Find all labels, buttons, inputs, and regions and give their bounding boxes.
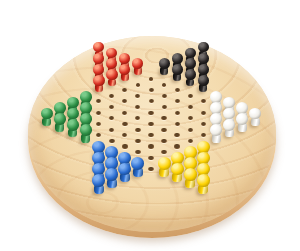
hole[interactable]	[135, 116, 140, 120]
hole[interactable]	[96, 133, 101, 137]
peg-white[interactable]	[249, 108, 261, 126]
peg-head	[67, 97, 79, 108]
hole[interactable]	[174, 144, 179, 148]
hole[interactable]	[148, 133, 153, 137]
hole[interactable]	[161, 139, 166, 143]
hole[interactable]	[96, 99, 101, 103]
hole[interactable]	[122, 133, 127, 137]
hole[interactable]	[122, 88, 127, 92]
peg-head	[54, 113, 66, 125]
peg-head	[92, 174, 105, 187]
hole[interactable]	[188, 128, 193, 132]
peg-head	[249, 108, 261, 120]
peg-head	[198, 42, 209, 52]
hole[interactable]	[109, 139, 114, 143]
hole[interactable]	[148, 144, 153, 148]
peg-green[interactable]	[41, 108, 53, 126]
peg-head	[172, 53, 183, 64]
hole[interactable]	[109, 105, 114, 109]
peg-head	[119, 53, 130, 64]
hole[interactable]	[175, 88, 180, 92]
hole[interactable]	[122, 122, 127, 126]
peg-head	[198, 75, 210, 86]
peg-head	[185, 58, 196, 69]
peg-head	[197, 174, 210, 187]
hole[interactable]	[149, 99, 154, 103]
peg-black[interactable]	[185, 69, 196, 86]
hole[interactable]	[122, 144, 127, 148]
hole[interactable]	[148, 111, 153, 115]
hole[interactable]	[188, 94, 193, 98]
peg-red[interactable]	[93, 75, 105, 92]
peg-white[interactable]	[236, 113, 248, 131]
peg-head	[158, 157, 171, 170]
peg-head	[184, 168, 197, 181]
peg-head	[159, 58, 170, 69]
peg-head	[67, 119, 79, 131]
peg-head	[210, 91, 222, 102]
peg-green[interactable]	[54, 113, 66, 131]
peg-head	[223, 119, 235, 131]
hole[interactable]	[109, 94, 114, 98]
peg-head	[80, 113, 92, 125]
peg-white[interactable]	[223, 119, 235, 138]
hole[interactable]	[135, 150, 141, 154]
peg-green[interactable]	[67, 119, 79, 138]
hole[interactable]	[109, 116, 114, 120]
peg-blue[interactable]	[131, 157, 144, 177]
hole[interactable]	[161, 116, 166, 120]
peg-head	[198, 53, 209, 64]
peg-head	[54, 102, 66, 114]
hole[interactable]	[162, 94, 167, 98]
peg-head	[93, 53, 104, 64]
hole[interactable]	[175, 122, 180, 126]
peg-black[interactable]	[172, 64, 183, 81]
hole[interactable]	[96, 111, 101, 115]
peg-head	[210, 102, 222, 114]
peg-black[interactable]	[159, 58, 170, 75]
hole[interactable]	[162, 105, 167, 109]
peg-yellow[interactable]	[158, 157, 171, 177]
hole[interactable]	[162, 83, 167, 87]
hole[interactable]	[201, 99, 206, 103]
hole[interactable]	[161, 150, 167, 154]
peg-red[interactable]	[132, 58, 143, 75]
peg-head	[80, 102, 92, 114]
hole[interactable]	[148, 167, 154, 172]
peg-head	[185, 48, 196, 58]
peg-head	[93, 64, 104, 75]
hole[interactable]	[201, 133, 206, 137]
hole[interactable]	[175, 99, 180, 103]
peg-head	[93, 75, 105, 86]
peg-white[interactable]	[210, 124, 222, 143]
peg-green[interactable]	[80, 124, 92, 143]
hole[interactable]	[96, 122, 101, 126]
hole[interactable]	[188, 139, 193, 143]
peg-head	[185, 69, 196, 80]
peg-yellow[interactable]	[171, 163, 184, 183]
peg-yellow[interactable]	[197, 174, 210, 194]
peg-head	[171, 163, 184, 176]
hole[interactable]	[136, 83, 141, 87]
peg-blue[interactable]	[105, 168, 118, 188]
hole[interactable]	[175, 111, 180, 115]
hole[interactable]	[122, 99, 127, 103]
peg-head	[198, 64, 209, 75]
hole[interactable]	[201, 111, 206, 115]
hole[interactable]	[188, 105, 193, 109]
hole[interactable]	[174, 133, 179, 137]
peg-head	[41, 108, 53, 120]
hole[interactable]	[149, 88, 154, 92]
peg-red[interactable]	[106, 69, 117, 86]
hole[interactable]	[109, 128, 114, 132]
hole[interactable]	[135, 94, 140, 98]
board-cells	[0, 0, 300, 251]
peg-blue[interactable]	[118, 163, 131, 183]
hole[interactable]	[188, 116, 193, 120]
hole[interactable]	[201, 122, 206, 126]
hole[interactable]	[122, 111, 127, 115]
peg-yellow[interactable]	[184, 168, 197, 188]
hole[interactable]	[148, 156, 154, 161]
peg-red[interactable]	[119, 64, 130, 81]
hole[interactable]	[135, 139, 140, 143]
peg-blue[interactable]	[92, 174, 105, 194]
hole[interactable]	[149, 77, 154, 81]
peg-head	[80, 124, 92, 136]
hole[interactable]	[148, 122, 153, 126]
peg-black[interactable]	[198, 75, 210, 92]
hole[interactable]	[135, 105, 140, 109]
peg-head	[106, 69, 117, 80]
peg-head	[80, 91, 92, 102]
peg-head	[67, 108, 79, 120]
peg-head	[172, 64, 183, 75]
hole[interactable]	[161, 128, 166, 132]
hole[interactable]	[135, 128, 140, 132]
chinese-checkers-photo	[0, 0, 300, 251]
